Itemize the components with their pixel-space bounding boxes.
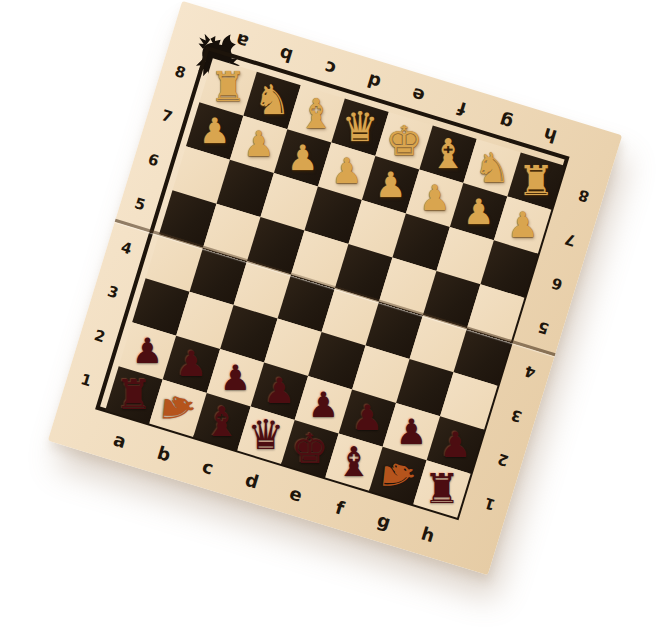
- piece-dark-Q-d1[interactable]: ♛: [243, 412, 289, 458]
- piece-light-P-e7[interactable]: ♟: [368, 162, 414, 208]
- rank-label-right-2: 2: [483, 441, 522, 479]
- piece-light-P-g7[interactable]: ♟: [456, 189, 502, 235]
- piece-dark-P-f2[interactable]: ♟: [344, 395, 390, 441]
- piece-light-B-c8[interactable]: ♝: [293, 91, 339, 137]
- piece-light-P-d7[interactable]: ♟: [324, 148, 370, 194]
- piece-dark-R-h1[interactable]: ♜: [419, 466, 465, 512]
- rank-label-right-5: 5: [524, 309, 563, 347]
- piece-dark-P-h2[interactable]: ♟: [432, 422, 478, 468]
- piece-light-R-h8[interactable]: ♜: [513, 158, 559, 204]
- piece-light-P-a7[interactable]: ♟: [192, 108, 238, 154]
- chess-board: ♜♞♝♛♚♝♞♜♟♟♟♟♟♟♟♟♟♟♟♟♟♟♟♟♜♞♝♛♚♝♞♜ aabbccd…: [48, 1, 622, 575]
- piece-light-N-b8[interactable]: ♞: [249, 77, 295, 123]
- piece-light-P-b7[interactable]: ♟: [236, 121, 282, 167]
- rank-label-right-4: 4: [510, 353, 549, 391]
- piece-dark-P-g2[interactable]: ♟: [388, 409, 434, 455]
- piece-light-B-f8[interactable]: ♝: [425, 131, 471, 177]
- piece-dark-P-e2[interactable]: ♟: [300, 382, 346, 428]
- rank-label-right-3: 3: [497, 397, 536, 435]
- rank-label-right-8: 8: [564, 177, 603, 215]
- rank-label-right-1: 1: [470, 485, 509, 523]
- piece-dark-R-a1[interactable]: ♜: [111, 372, 157, 418]
- square-h1[interactable]: ♜: [413, 460, 470, 517]
- rank-label-right-6: 6: [537, 265, 576, 303]
- piece-light-R-a8[interactable]: ♜: [205, 64, 251, 110]
- piece-dark-P-b2[interactable]: ♟: [168, 341, 214, 387]
- file-label-bottom-h: h: [401, 514, 454, 556]
- piece-light-K-e8[interactable]: ♚: [381, 118, 427, 164]
- piece-dark-P-d2[interactable]: ♟: [256, 368, 302, 414]
- product-photo-scene: ♜♞♝♛♚♝♞♜♟♟♟♟♟♟♟♟♟♟♟♟♟♟♟♟♜♞♝♛♚♝♞♜ aabbccd…: [0, 0, 662, 630]
- piece-dark-P-a2[interactable]: ♟: [124, 328, 170, 374]
- piece-dark-B-f1[interactable]: ♝: [331, 439, 377, 485]
- piece-light-N-g8[interactable]: ♞: [469, 145, 515, 191]
- piece-light-Q-d8[interactable]: ♛: [337, 104, 383, 150]
- piece-light-P-c7[interactable]: ♟: [280, 135, 326, 181]
- rank-label-right-7: 7: [551, 221, 590, 259]
- piece-dark-B-c1[interactable]: ♝: [199, 399, 245, 445]
- piece-dark-K-e1[interactable]: ♚: [287, 426, 333, 472]
- piece-light-P-h7[interactable]: ♟: [500, 202, 546, 248]
- piece-dark-P-c2[interactable]: ♟: [212, 355, 258, 401]
- piece-light-P-f7[interactable]: ♟: [412, 175, 458, 221]
